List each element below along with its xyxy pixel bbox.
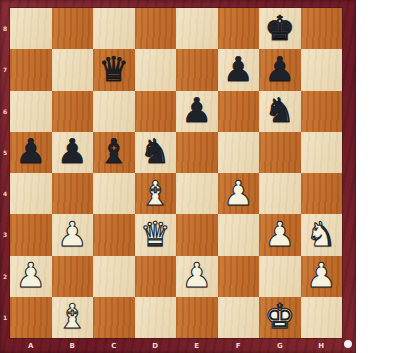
file-labels: ABCDEFGH xyxy=(10,338,342,353)
square-c1[interactable] xyxy=(93,297,135,338)
rank-label-3: 3 xyxy=(0,214,10,255)
square-e4[interactable] xyxy=(176,173,218,214)
piece-black-queen-c7: ♛ xyxy=(99,52,129,86)
square-d5[interactable]: ♞ xyxy=(135,132,177,173)
rank-label-6: 6 xyxy=(0,91,10,132)
square-b8[interactable] xyxy=(52,8,94,49)
square-a8[interactable] xyxy=(10,8,52,49)
square-g8[interactable]: ♚ xyxy=(259,8,301,49)
square-a1[interactable] xyxy=(10,297,52,338)
square-g1[interactable]: ♚ xyxy=(259,297,301,338)
square-b6[interactable] xyxy=(52,91,94,132)
square-d7[interactable] xyxy=(135,49,177,90)
file-label-d: D xyxy=(135,338,177,353)
piece-white-queen-d3: ♛ xyxy=(140,217,170,251)
piece-black-pawn-e6: ♟ xyxy=(182,93,212,127)
piece-white-pawn-f4: ♟ xyxy=(223,176,253,210)
piece-white-pawn-b3: ♟ xyxy=(57,217,87,251)
square-h6[interactable] xyxy=(301,91,343,132)
piece-black-knight-d5: ♞ xyxy=(140,134,170,168)
square-b4[interactable] xyxy=(52,173,94,214)
square-h1[interactable] xyxy=(301,297,343,338)
square-b1[interactable]: ♝ xyxy=(52,297,94,338)
square-g4[interactable] xyxy=(259,173,301,214)
square-d2[interactable] xyxy=(135,256,177,297)
square-c6[interactable] xyxy=(93,91,135,132)
piece-black-knight-g6: ♞ xyxy=(265,93,295,127)
piece-white-bishop-d4: ♝ xyxy=(140,176,170,210)
square-c5[interactable]: ♝ xyxy=(93,132,135,173)
chess-board-frame: ♚♛♟♟♟♞♟♟♝♞♝♟♟♛♟♞♟♟♟♝♚ 87654321 ABCDEFGH xyxy=(0,0,356,353)
square-h4[interactable] xyxy=(301,173,343,214)
piece-black-bishop-c5: ♝ xyxy=(99,134,129,168)
piece-black-pawn-g7: ♟ xyxy=(265,52,295,86)
file-label-a: A xyxy=(10,338,52,353)
square-g7[interactable]: ♟ xyxy=(259,49,301,90)
rank-label-7: 7 xyxy=(0,49,10,90)
piece-black-pawn-f7: ♟ xyxy=(223,52,253,86)
square-a2[interactable]: ♟ xyxy=(10,256,52,297)
square-e3[interactable] xyxy=(176,214,218,255)
file-label-h: H xyxy=(301,338,343,353)
file-label-c: C xyxy=(93,338,135,353)
square-c3[interactable] xyxy=(93,214,135,255)
square-e2[interactable]: ♟ xyxy=(176,256,218,297)
piece-white-pawn-e2: ♟ xyxy=(182,258,212,292)
rank-label-5: 5 xyxy=(0,132,10,173)
square-b2[interactable] xyxy=(52,256,94,297)
piece-white-bishop-b1: ♝ xyxy=(57,299,87,333)
square-e8[interactable] xyxy=(176,8,218,49)
rank-label-8: 8 xyxy=(0,8,10,49)
square-g3[interactable]: ♟ xyxy=(259,214,301,255)
square-c2[interactable] xyxy=(93,256,135,297)
file-label-g: G xyxy=(259,338,301,353)
square-e7[interactable] xyxy=(176,49,218,90)
square-b3[interactable]: ♟ xyxy=(52,214,94,255)
piece-white-pawn-g3: ♟ xyxy=(265,217,295,251)
square-e5[interactable] xyxy=(176,132,218,173)
piece-white-pawn-a2: ♟ xyxy=(16,258,46,292)
square-f3[interactable] xyxy=(218,214,260,255)
square-g6[interactable]: ♞ xyxy=(259,91,301,132)
chess-board: ♚♛♟♟♟♞♟♟♝♞♝♟♟♛♟♞♟♟♟♝♚ xyxy=(10,8,342,338)
square-a4[interactable] xyxy=(10,173,52,214)
square-f7[interactable]: ♟ xyxy=(218,49,260,90)
file-label-b: B xyxy=(52,338,94,353)
piece-black-pawn-b5: ♟ xyxy=(57,134,87,168)
square-c4[interactable] xyxy=(93,173,135,214)
rank-labels: 87654321 xyxy=(0,8,10,338)
piece-white-king-g1: ♚ xyxy=(265,299,295,333)
square-b7[interactable] xyxy=(52,49,94,90)
square-h2[interactable]: ♟ xyxy=(301,256,343,297)
rank-label-4: 4 xyxy=(0,173,10,214)
square-a6[interactable] xyxy=(10,91,52,132)
square-f1[interactable] xyxy=(218,297,260,338)
square-f2[interactable] xyxy=(218,256,260,297)
piece-white-knight-h3: ♞ xyxy=(306,217,336,251)
file-label-f: F xyxy=(218,338,260,353)
piece-white-pawn-h2: ♟ xyxy=(306,258,336,292)
square-d3[interactable]: ♛ xyxy=(135,214,177,255)
white-to-move-indicator xyxy=(344,340,352,348)
square-d1[interactable] xyxy=(135,297,177,338)
file-label-e: E xyxy=(176,338,218,353)
square-f6[interactable] xyxy=(218,91,260,132)
square-f5[interactable] xyxy=(218,132,260,173)
piece-black-king-g8: ♚ xyxy=(265,11,295,45)
square-b5[interactable]: ♟ xyxy=(52,132,94,173)
square-h3[interactable]: ♞ xyxy=(301,214,343,255)
square-g2[interactable] xyxy=(259,256,301,297)
square-e6[interactable]: ♟ xyxy=(176,91,218,132)
square-h8[interactable] xyxy=(301,8,343,49)
square-f4[interactable]: ♟ xyxy=(218,173,260,214)
square-f8[interactable] xyxy=(218,8,260,49)
square-a7[interactable] xyxy=(10,49,52,90)
square-c8[interactable] xyxy=(93,8,135,49)
square-h5[interactable] xyxy=(301,132,343,173)
rank-label-1: 1 xyxy=(0,297,10,338)
square-c7[interactable]: ♛ xyxy=(93,49,135,90)
square-d4[interactable]: ♝ xyxy=(135,173,177,214)
square-d6[interactable] xyxy=(135,91,177,132)
square-h7[interactable] xyxy=(301,49,343,90)
square-a5[interactable]: ♟ xyxy=(10,132,52,173)
rank-label-2: 2 xyxy=(0,256,10,297)
square-a3[interactable] xyxy=(10,214,52,255)
square-e1[interactable] xyxy=(176,297,218,338)
square-d8[interactable] xyxy=(135,8,177,49)
piece-black-pawn-a5: ♟ xyxy=(16,134,46,168)
page-background: ♚♛♟♟♟♞♟♟♝♞♝♟♟♛♟♞♟♟♟♝♚ 87654321 ABCDEFGH xyxy=(0,0,414,353)
square-g5[interactable] xyxy=(259,132,301,173)
